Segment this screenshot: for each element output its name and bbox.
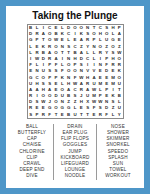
word-item: DIVE <box>26 173 38 179</box>
word-item: NOODLE <box>65 173 86 179</box>
page-title: Taking the Plunge <box>6 6 144 21</box>
word-search-puzzle-page: { "game": "word-search", "title": "Takin… <box>0 0 150 194</box>
puzzle-page: Taking the Plunge BLICELDOONTCSHPDRAOBKC… <box>6 6 144 188</box>
grid-cell-r15c15: Y <box>116 112 122 118</box>
word-column-3: NOSESHOWERSKIMMERSNORKELSPEEDOSPLASHSUNT… <box>96 124 139 180</box>
word-column-1: BALLBUTTERFLYCAPCHAISECHLORINECLIPCRAWLD… <box>11 124 53 180</box>
word-list: BALLBUTTERFLYCAPCHAISECHLORINECLIPCRAWLD… <box>6 124 144 180</box>
word-search-grid-frame: BLICELDOONTCSHPDRAOBKCIKSOHOLAGPTOWELEAR… <box>27 24 124 119</box>
word-item: WORKOUT <box>105 173 130 179</box>
word-search-grid: BLICELDOONTCSHPDRAOBKCIKSOHOLAGPTOWELEAR… <box>28 25 123 118</box>
word-column-2: DRAINEAR PLUGFLIP FLOPSGOGGLESJUMPKICKBO… <box>53 124 96 180</box>
